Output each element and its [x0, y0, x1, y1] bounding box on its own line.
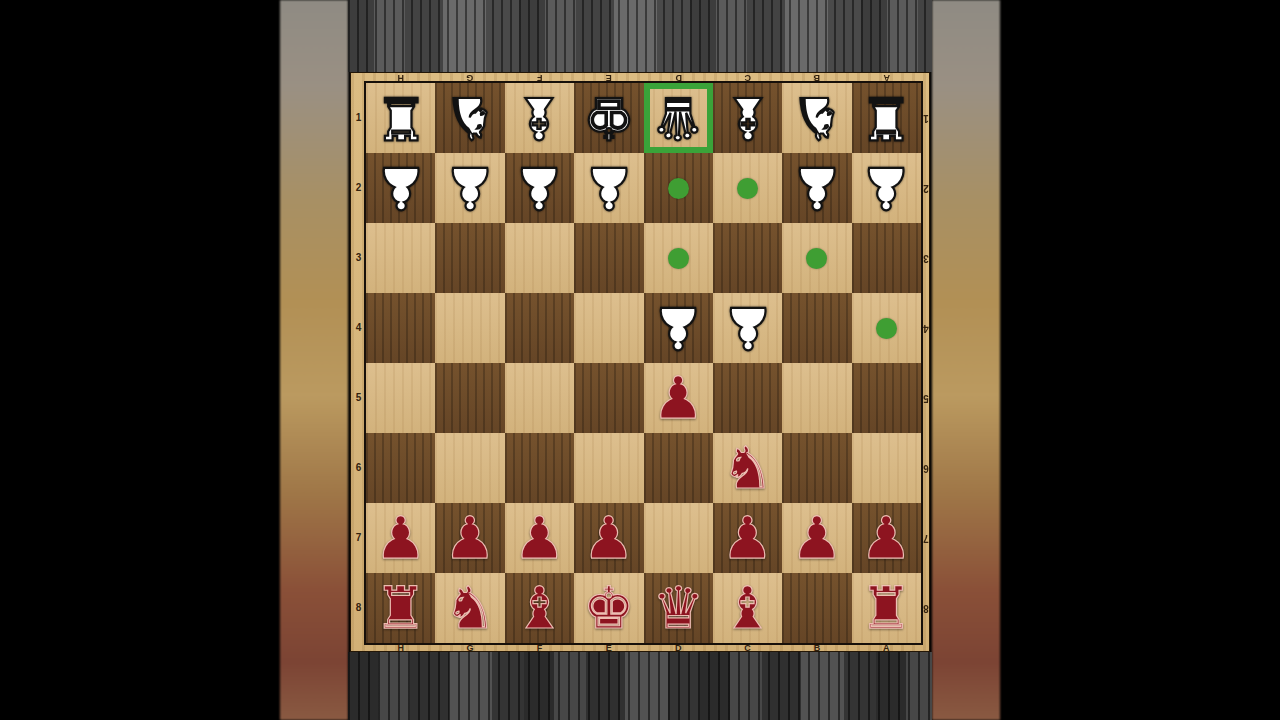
- legal-move-dot[interactable]: [737, 178, 758, 199]
- square-a1[interactable]: ♜: [852, 83, 921, 153]
- coord-label: 2: [351, 153, 366, 223]
- square-b2[interactable]: ♟: [782, 153, 851, 223]
- square-b7[interactable]: ♟: [782, 503, 851, 573]
- square-c5[interactable]: [713, 363, 782, 433]
- white-pawn[interactable]: ♟: [583, 159, 635, 217]
- square-d4[interactable]: ♟: [644, 293, 713, 363]
- white-pawn[interactable]: ♟: [722, 299, 774, 357]
- legal-move-dot[interactable]: [806, 248, 827, 269]
- square-a3[interactable]: [852, 223, 921, 293]
- white-pawn[interactable]: ♟: [791, 159, 843, 217]
- coord-label: H: [366, 73, 435, 83]
- coord-label: 5: [921, 363, 931, 433]
- square-f8[interactable]: ♝: [505, 573, 574, 643]
- square-e2[interactable]: ♟: [574, 153, 643, 223]
- coord-label: F: [505, 643, 574, 653]
- square-h5[interactable]: [366, 363, 435, 433]
- square-c2[interactable]: [713, 153, 782, 223]
- file-labels-bottom: HGFEDCBA: [366, 643, 921, 653]
- coord-label: 3: [921, 223, 931, 293]
- square-e1[interactable]: ♚: [574, 83, 643, 153]
- black-king[interactable]: ♚: [583, 579, 635, 637]
- white-rook[interactable]: ♜: [375, 89, 427, 147]
- black-pawn[interactable]: ♟: [583, 509, 635, 567]
- square-d1[interactable]: ♛: [644, 83, 713, 153]
- square-a4[interactable]: [852, 293, 921, 363]
- coord-label: 1: [921, 83, 931, 153]
- coord-label: 8: [351, 573, 366, 643]
- square-g2[interactable]: ♟: [435, 153, 504, 223]
- square-c1[interactable]: ♝: [713, 83, 782, 153]
- file-labels-top: HGFEDCBA: [366, 73, 921, 83]
- square-f2[interactable]: ♟: [505, 153, 574, 223]
- coord-label: D: [644, 643, 713, 653]
- square-a2[interactable]: ♟: [852, 153, 921, 223]
- coord-label: 6: [351, 433, 366, 503]
- square-b4[interactable]: [782, 293, 851, 363]
- coord-label: C: [713, 643, 782, 653]
- square-f4[interactable]: [505, 293, 574, 363]
- square-c8[interactable]: ♝: [713, 573, 782, 643]
- square-b3[interactable]: [782, 223, 851, 293]
- table-wood-top: [348, 0, 932, 72]
- square-d3[interactable]: [644, 223, 713, 293]
- square-e4[interactable]: [574, 293, 643, 363]
- black-pawn[interactable]: ♟: [722, 509, 774, 567]
- black-pawn[interactable]: ♟: [444, 509, 496, 567]
- square-b8[interactable]: [782, 573, 851, 643]
- coord-label: F: [505, 73, 574, 83]
- black-queen[interactable]: ♛: [652, 579, 704, 637]
- background-blur-right: [932, 0, 1000, 720]
- black-knight[interactable]: ♞: [722, 439, 774, 497]
- coord-label: A: [852, 73, 921, 83]
- coord-label: 4: [921, 293, 931, 363]
- square-b1[interactable]: ♞: [782, 83, 851, 153]
- square-f5[interactable]: [505, 363, 574, 433]
- black-pawn[interactable]: ♟: [513, 509, 565, 567]
- white-bishop[interactable]: ♝: [722, 89, 774, 147]
- square-b6[interactable]: [782, 433, 851, 503]
- black-pawn[interactable]: ♟: [860, 509, 912, 567]
- coord-label: 6: [921, 433, 931, 503]
- square-c3[interactable]: [713, 223, 782, 293]
- chess-board-frame: HGFEDCBA HGFEDCBA 12345678 12345678 ♜♞♝♚…: [350, 72, 930, 652]
- black-bishop[interactable]: ♝: [722, 579, 774, 637]
- coord-label: E: [574, 643, 643, 653]
- coord-label: 1: [351, 83, 366, 153]
- table-wood-bottom: [348, 652, 932, 720]
- white-pawn[interactable]: ♟: [513, 159, 565, 217]
- square-h2[interactable]: ♟: [366, 153, 435, 223]
- black-bar-left: [0, 0, 280, 720]
- legal-move-dot[interactable]: [668, 248, 689, 269]
- coord-label: 7: [351, 503, 366, 573]
- coord-label: 5: [351, 363, 366, 433]
- black-pawn[interactable]: ♟: [375, 509, 427, 567]
- video-frame: HGFEDCBA HGFEDCBA 12345678 12345678 ♜♞♝♚…: [0, 0, 1280, 720]
- square-a7[interactable]: ♟: [852, 503, 921, 573]
- square-e7[interactable]: ♟: [574, 503, 643, 573]
- rank-labels-left: 12345678: [351, 83, 366, 643]
- square-g1[interactable]: ♞: [435, 83, 504, 153]
- square-e3[interactable]: [574, 223, 643, 293]
- black-pawn[interactable]: ♟: [652, 369, 704, 427]
- square-h3[interactable]: [366, 223, 435, 293]
- square-c7[interactable]: ♟: [713, 503, 782, 573]
- coord-label: E: [574, 73, 643, 83]
- legal-move-dot[interactable]: [876, 318, 897, 339]
- coord-label: B: [782, 643, 851, 653]
- square-h6[interactable]: [366, 433, 435, 503]
- square-h8[interactable]: ♜: [366, 573, 435, 643]
- white-pawn[interactable]: ♟: [652, 299, 704, 357]
- black-rook[interactable]: ♜: [860, 579, 912, 637]
- coord-label: 2: [921, 153, 931, 223]
- square-f3[interactable]: [505, 223, 574, 293]
- white-pawn[interactable]: ♟: [444, 159, 496, 217]
- square-c4[interactable]: ♟: [713, 293, 782, 363]
- black-bar-right: [1000, 0, 1280, 720]
- square-d7[interactable]: [644, 503, 713, 573]
- coord-label: 3: [351, 223, 366, 293]
- square-g3[interactable]: [435, 223, 504, 293]
- square-a8[interactable]: ♜: [852, 573, 921, 643]
- background-blur-left: [280, 0, 348, 720]
- square-a5[interactable]: [852, 363, 921, 433]
- coord-label: B: [782, 73, 851, 83]
- white-pawn[interactable]: ♟: [375, 159, 427, 217]
- square-h4[interactable]: [366, 293, 435, 363]
- coord-label: C: [713, 73, 782, 83]
- square-f1[interactable]: ♝: [505, 83, 574, 153]
- square-h1[interactable]: ♜: [366, 83, 435, 153]
- square-g7[interactable]: ♟: [435, 503, 504, 573]
- square-b5[interactable]: [782, 363, 851, 433]
- square-f7[interactable]: ♟: [505, 503, 574, 573]
- square-g6[interactable]: [435, 433, 504, 503]
- black-bishop[interactable]: ♝: [513, 579, 565, 637]
- square-d8[interactable]: ♛: [644, 573, 713, 643]
- square-f6[interactable]: [505, 433, 574, 503]
- square-e5[interactable]: [574, 363, 643, 433]
- square-h7[interactable]: ♟: [366, 503, 435, 573]
- coord-label: G: [435, 643, 504, 653]
- board-grid: ♜♞♝♚♛♝♞♜♟♟♟♟♟♟♟♟♟♞♟♟♟♟♟♟♟♜♞♝♚♛♝♜: [366, 83, 921, 643]
- black-rook[interactable]: ♜: [375, 579, 427, 637]
- coord-label: 7: [921, 503, 931, 573]
- white-pawn[interactable]: ♟: [860, 159, 912, 217]
- black-pawn[interactable]: ♟: [791, 509, 843, 567]
- square-a6[interactable]: [852, 433, 921, 503]
- legal-move-dot[interactable]: [668, 178, 689, 199]
- coord-label: A: [852, 643, 921, 653]
- coord-label: 8: [921, 573, 931, 643]
- square-g8[interactable]: ♞: [435, 573, 504, 643]
- coord-label: D: [644, 73, 713, 83]
- square-g5[interactable]: [435, 363, 504, 433]
- white-bishop[interactable]: ♝: [513, 89, 565, 147]
- white-king[interactable]: ♚: [583, 89, 635, 147]
- white-knight[interactable]: ♞: [444, 89, 496, 147]
- square-d5[interactable]: ♟: [644, 363, 713, 433]
- square-e6[interactable]: [574, 433, 643, 503]
- white-rook[interactable]: ♜: [860, 89, 912, 147]
- square-g4[interactable]: [435, 293, 504, 363]
- board-area: HGFEDCBA HGFEDCBA 12345678 12345678 ♜♞♝♚…: [348, 0, 932, 720]
- square-d6[interactable]: [644, 433, 713, 503]
- white-knight[interactable]: ♞: [791, 89, 843, 147]
- black-knight[interactable]: ♞: [444, 579, 496, 637]
- coord-label: 4: [351, 293, 366, 363]
- coord-label: H: [366, 643, 435, 653]
- square-c6[interactable]: ♞: [713, 433, 782, 503]
- rank-labels-right: 12345678: [921, 83, 931, 643]
- square-d2[interactable]: [644, 153, 713, 223]
- white-queen[interactable]: ♛: [652, 89, 704, 147]
- coord-label: G: [435, 73, 504, 83]
- square-e8[interactable]: ♚: [574, 573, 643, 643]
